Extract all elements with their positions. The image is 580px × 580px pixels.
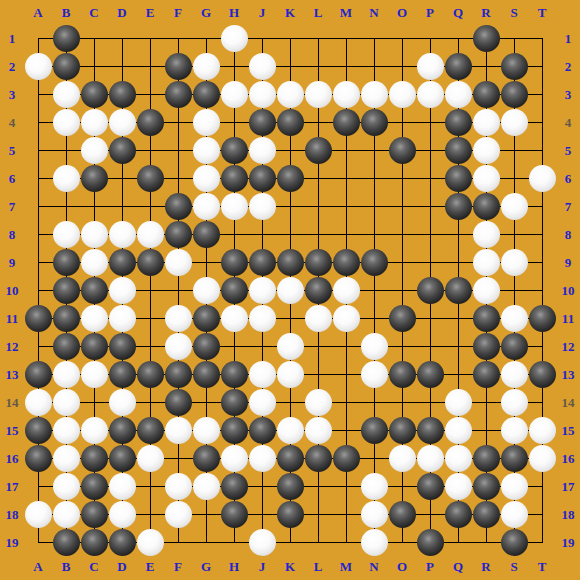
intersection-G2[interactable] bbox=[192, 52, 220, 80]
intersection-M11[interactable] bbox=[332, 304, 360, 332]
intersection-M4[interactable] bbox=[332, 108, 360, 136]
intersection-O4[interactable] bbox=[388, 108, 416, 136]
intersection-B12[interactable] bbox=[52, 332, 80, 360]
intersection-C7[interactable] bbox=[80, 192, 108, 220]
intersection-A3[interactable] bbox=[24, 80, 52, 108]
intersection-C16[interactable] bbox=[80, 444, 108, 472]
intersection-D13[interactable] bbox=[108, 360, 136, 388]
intersection-Q15[interactable] bbox=[444, 416, 472, 444]
intersection-P17[interactable] bbox=[416, 472, 444, 500]
intersection-Q12[interactable] bbox=[444, 332, 472, 360]
intersection-H13[interactable] bbox=[220, 360, 248, 388]
intersection-P15[interactable] bbox=[416, 416, 444, 444]
intersection-B8[interactable] bbox=[52, 220, 80, 248]
intersection-E16[interactable] bbox=[136, 444, 164, 472]
intersection-F4[interactable] bbox=[164, 108, 192, 136]
intersection-L13[interactable] bbox=[304, 360, 332, 388]
intersection-S16[interactable] bbox=[500, 444, 528, 472]
intersection-E5[interactable] bbox=[136, 136, 164, 164]
intersection-M6[interactable] bbox=[332, 164, 360, 192]
intersection-B2[interactable] bbox=[52, 52, 80, 80]
intersection-H17[interactable] bbox=[220, 472, 248, 500]
intersection-L17[interactable] bbox=[304, 472, 332, 500]
intersection-P7[interactable] bbox=[416, 192, 444, 220]
intersection-D18[interactable] bbox=[108, 500, 136, 528]
intersection-J18[interactable] bbox=[248, 500, 276, 528]
intersection-T1[interactable] bbox=[528, 24, 556, 52]
intersection-G13[interactable] bbox=[192, 360, 220, 388]
intersection-R1[interactable] bbox=[472, 24, 500, 52]
intersection-B11[interactable] bbox=[52, 304, 80, 332]
intersection-H6[interactable] bbox=[220, 164, 248, 192]
intersection-N7[interactable] bbox=[360, 192, 388, 220]
intersection-B15[interactable] bbox=[52, 416, 80, 444]
intersection-D9[interactable] bbox=[108, 248, 136, 276]
intersection-Q1[interactable] bbox=[444, 24, 472, 52]
intersection-S9[interactable] bbox=[500, 248, 528, 276]
intersection-B17[interactable] bbox=[52, 472, 80, 500]
intersection-Q16[interactable] bbox=[444, 444, 472, 472]
intersection-P8[interactable] bbox=[416, 220, 444, 248]
intersection-E17[interactable] bbox=[136, 472, 164, 500]
intersection-S5[interactable] bbox=[500, 136, 528, 164]
intersection-B10[interactable] bbox=[52, 276, 80, 304]
intersection-O5[interactable] bbox=[388, 136, 416, 164]
intersection-G17[interactable] bbox=[192, 472, 220, 500]
intersection-S19[interactable] bbox=[500, 528, 528, 556]
intersection-N12[interactable] bbox=[360, 332, 388, 360]
intersection-C15[interactable] bbox=[80, 416, 108, 444]
intersection-K12[interactable] bbox=[276, 332, 304, 360]
intersection-T17[interactable] bbox=[528, 472, 556, 500]
intersection-K4[interactable] bbox=[276, 108, 304, 136]
intersection-H4[interactable] bbox=[220, 108, 248, 136]
intersection-S4[interactable] bbox=[500, 108, 528, 136]
intersection-O12[interactable] bbox=[388, 332, 416, 360]
intersection-C8[interactable] bbox=[80, 220, 108, 248]
intersection-T9[interactable] bbox=[528, 248, 556, 276]
intersection-G4[interactable] bbox=[192, 108, 220, 136]
intersection-K1[interactable] bbox=[276, 24, 304, 52]
intersection-A14[interactable] bbox=[24, 388, 52, 416]
intersection-B9[interactable] bbox=[52, 248, 80, 276]
intersection-T11[interactable] bbox=[528, 304, 556, 332]
intersection-K13[interactable] bbox=[276, 360, 304, 388]
intersection-D8[interactable] bbox=[108, 220, 136, 248]
intersection-C4[interactable] bbox=[80, 108, 108, 136]
intersection-P13[interactable] bbox=[416, 360, 444, 388]
intersection-F9[interactable] bbox=[164, 248, 192, 276]
intersection-F10[interactable] bbox=[164, 276, 192, 304]
intersection-A8[interactable] bbox=[24, 220, 52, 248]
intersection-H2[interactable] bbox=[220, 52, 248, 80]
intersection-G3[interactable] bbox=[192, 80, 220, 108]
intersection-K16[interactable] bbox=[276, 444, 304, 472]
intersection-O19[interactable] bbox=[388, 528, 416, 556]
intersection-F8[interactable] bbox=[164, 220, 192, 248]
intersection-L9[interactable] bbox=[304, 248, 332, 276]
intersection-D1[interactable] bbox=[108, 24, 136, 52]
intersection-E18[interactable] bbox=[136, 500, 164, 528]
intersection-L19[interactable] bbox=[304, 528, 332, 556]
intersection-L14[interactable] bbox=[304, 388, 332, 416]
intersection-N19[interactable] bbox=[360, 528, 388, 556]
intersection-T7[interactable] bbox=[528, 192, 556, 220]
intersection-A7[interactable] bbox=[24, 192, 52, 220]
intersection-M17[interactable] bbox=[332, 472, 360, 500]
intersection-T5[interactable] bbox=[528, 136, 556, 164]
intersection-O6[interactable] bbox=[388, 164, 416, 192]
intersection-O16[interactable] bbox=[388, 444, 416, 472]
intersection-L12[interactable] bbox=[304, 332, 332, 360]
intersection-J13[interactable] bbox=[248, 360, 276, 388]
intersection-K7[interactable] bbox=[276, 192, 304, 220]
intersection-O10[interactable] bbox=[388, 276, 416, 304]
intersection-J10[interactable] bbox=[248, 276, 276, 304]
intersection-S15[interactable] bbox=[500, 416, 528, 444]
intersection-Q18[interactable] bbox=[444, 500, 472, 528]
intersection-G10[interactable] bbox=[192, 276, 220, 304]
intersection-C2[interactable] bbox=[80, 52, 108, 80]
intersection-D3[interactable] bbox=[108, 80, 136, 108]
intersection-T16[interactable] bbox=[528, 444, 556, 472]
intersection-D14[interactable] bbox=[108, 388, 136, 416]
intersection-N9[interactable] bbox=[360, 248, 388, 276]
intersection-H16[interactable] bbox=[220, 444, 248, 472]
intersection-M8[interactable] bbox=[332, 220, 360, 248]
intersection-K8[interactable] bbox=[276, 220, 304, 248]
intersection-R17[interactable] bbox=[472, 472, 500, 500]
intersection-H19[interactable] bbox=[220, 528, 248, 556]
intersection-P11[interactable] bbox=[416, 304, 444, 332]
intersection-Q7[interactable] bbox=[444, 192, 472, 220]
intersection-F2[interactable] bbox=[164, 52, 192, 80]
intersection-N1[interactable] bbox=[360, 24, 388, 52]
intersection-D6[interactable] bbox=[108, 164, 136, 192]
intersection-O3[interactable] bbox=[388, 80, 416, 108]
intersection-T4[interactable] bbox=[528, 108, 556, 136]
intersection-E1[interactable] bbox=[136, 24, 164, 52]
intersection-S8[interactable] bbox=[500, 220, 528, 248]
intersection-P10[interactable] bbox=[416, 276, 444, 304]
intersection-R2[interactable] bbox=[472, 52, 500, 80]
intersection-S6[interactable] bbox=[500, 164, 528, 192]
intersection-R15[interactable] bbox=[472, 416, 500, 444]
intersection-E15[interactable] bbox=[136, 416, 164, 444]
intersection-T12[interactable] bbox=[528, 332, 556, 360]
intersection-A16[interactable] bbox=[24, 444, 52, 472]
intersection-Q17[interactable] bbox=[444, 472, 472, 500]
intersection-J8[interactable] bbox=[248, 220, 276, 248]
intersection-D11[interactable] bbox=[108, 304, 136, 332]
intersection-P4[interactable] bbox=[416, 108, 444, 136]
intersection-T15[interactable] bbox=[528, 416, 556, 444]
intersection-B3[interactable] bbox=[52, 80, 80, 108]
intersection-E4[interactable] bbox=[136, 108, 164, 136]
intersection-F19[interactable] bbox=[164, 528, 192, 556]
intersection-F18[interactable] bbox=[164, 500, 192, 528]
intersection-M3[interactable] bbox=[332, 80, 360, 108]
intersection-P6[interactable] bbox=[416, 164, 444, 192]
intersection-N17[interactable] bbox=[360, 472, 388, 500]
intersection-H14[interactable] bbox=[220, 388, 248, 416]
intersection-C12[interactable] bbox=[80, 332, 108, 360]
intersection-G14[interactable] bbox=[192, 388, 220, 416]
intersection-A12[interactable] bbox=[24, 332, 52, 360]
intersection-H12[interactable] bbox=[220, 332, 248, 360]
intersection-R19[interactable] bbox=[472, 528, 500, 556]
intersection-M16[interactable] bbox=[332, 444, 360, 472]
intersection-D19[interactable] bbox=[108, 528, 136, 556]
intersection-A4[interactable] bbox=[24, 108, 52, 136]
intersection-L6[interactable] bbox=[304, 164, 332, 192]
intersection-H8[interactable] bbox=[220, 220, 248, 248]
intersection-D16[interactable] bbox=[108, 444, 136, 472]
intersection-C1[interactable] bbox=[80, 24, 108, 52]
intersection-D10[interactable] bbox=[108, 276, 136, 304]
intersection-B14[interactable] bbox=[52, 388, 80, 416]
intersection-L11[interactable] bbox=[304, 304, 332, 332]
intersection-M5[interactable] bbox=[332, 136, 360, 164]
intersection-K14[interactable] bbox=[276, 388, 304, 416]
intersection-R12[interactable] bbox=[472, 332, 500, 360]
intersection-L2[interactable] bbox=[304, 52, 332, 80]
intersection-K6[interactable] bbox=[276, 164, 304, 192]
intersection-K10[interactable] bbox=[276, 276, 304, 304]
intersection-J5[interactable] bbox=[248, 136, 276, 164]
intersection-A13[interactable] bbox=[24, 360, 52, 388]
intersection-D2[interactable] bbox=[108, 52, 136, 80]
intersection-F16[interactable] bbox=[164, 444, 192, 472]
intersection-N15[interactable] bbox=[360, 416, 388, 444]
intersection-L5[interactable] bbox=[304, 136, 332, 164]
intersection-O8[interactable] bbox=[388, 220, 416, 248]
intersection-A2[interactable] bbox=[24, 52, 52, 80]
intersection-E19[interactable] bbox=[136, 528, 164, 556]
intersection-B1[interactable] bbox=[52, 24, 80, 52]
intersection-A18[interactable] bbox=[24, 500, 52, 528]
intersection-Q6[interactable] bbox=[444, 164, 472, 192]
intersection-Q8[interactable] bbox=[444, 220, 472, 248]
intersection-E10[interactable] bbox=[136, 276, 164, 304]
intersection-B18[interactable] bbox=[52, 500, 80, 528]
intersection-F11[interactable] bbox=[164, 304, 192, 332]
intersection-J16[interactable] bbox=[248, 444, 276, 472]
intersection-C3[interactable] bbox=[80, 80, 108, 108]
intersection-K5[interactable] bbox=[276, 136, 304, 164]
intersection-G11[interactable] bbox=[192, 304, 220, 332]
intersection-N13[interactable] bbox=[360, 360, 388, 388]
intersection-R4[interactable] bbox=[472, 108, 500, 136]
intersection-C14[interactable] bbox=[80, 388, 108, 416]
intersection-R13[interactable] bbox=[472, 360, 500, 388]
intersection-R14[interactable] bbox=[472, 388, 500, 416]
intersection-T8[interactable] bbox=[528, 220, 556, 248]
intersection-E9[interactable] bbox=[136, 248, 164, 276]
intersection-M13[interactable] bbox=[332, 360, 360, 388]
intersection-J19[interactable] bbox=[248, 528, 276, 556]
intersection-R9[interactable] bbox=[472, 248, 500, 276]
intersection-C10[interactable] bbox=[80, 276, 108, 304]
intersection-Q19[interactable] bbox=[444, 528, 472, 556]
intersection-G15[interactable] bbox=[192, 416, 220, 444]
intersection-R10[interactable] bbox=[472, 276, 500, 304]
intersection-P3[interactable] bbox=[416, 80, 444, 108]
intersection-O14[interactable] bbox=[388, 388, 416, 416]
intersection-B13[interactable] bbox=[52, 360, 80, 388]
intersection-N6[interactable] bbox=[360, 164, 388, 192]
intersection-C5[interactable] bbox=[80, 136, 108, 164]
intersection-J12[interactable] bbox=[248, 332, 276, 360]
intersection-R6[interactable] bbox=[472, 164, 500, 192]
intersection-K3[interactable] bbox=[276, 80, 304, 108]
intersection-L16[interactable] bbox=[304, 444, 332, 472]
intersection-E6[interactable] bbox=[136, 164, 164, 192]
intersection-R3[interactable] bbox=[472, 80, 500, 108]
intersection-D7[interactable] bbox=[108, 192, 136, 220]
intersection-C9[interactable] bbox=[80, 248, 108, 276]
intersection-H15[interactable] bbox=[220, 416, 248, 444]
intersection-J11[interactable] bbox=[248, 304, 276, 332]
intersection-K11[interactable] bbox=[276, 304, 304, 332]
intersection-N16[interactable] bbox=[360, 444, 388, 472]
intersection-A6[interactable] bbox=[24, 164, 52, 192]
intersection-F6[interactable] bbox=[164, 164, 192, 192]
intersection-J4[interactable] bbox=[248, 108, 276, 136]
intersection-A17[interactable] bbox=[24, 472, 52, 500]
intersection-O9[interactable] bbox=[388, 248, 416, 276]
intersection-H9[interactable] bbox=[220, 248, 248, 276]
intersection-C11[interactable] bbox=[80, 304, 108, 332]
intersection-J15[interactable] bbox=[248, 416, 276, 444]
intersection-P12[interactable] bbox=[416, 332, 444, 360]
intersection-J7[interactable] bbox=[248, 192, 276, 220]
intersection-P5[interactable] bbox=[416, 136, 444, 164]
intersection-F1[interactable] bbox=[164, 24, 192, 52]
intersection-G6[interactable] bbox=[192, 164, 220, 192]
intersection-L10[interactable] bbox=[304, 276, 332, 304]
intersection-D5[interactable] bbox=[108, 136, 136, 164]
intersection-T6[interactable] bbox=[528, 164, 556, 192]
intersection-J14[interactable] bbox=[248, 388, 276, 416]
intersection-Q9[interactable] bbox=[444, 248, 472, 276]
intersection-P1[interactable] bbox=[416, 24, 444, 52]
intersection-E14[interactable] bbox=[136, 388, 164, 416]
intersection-O2[interactable] bbox=[388, 52, 416, 80]
intersection-A10[interactable] bbox=[24, 276, 52, 304]
intersection-K15[interactable] bbox=[276, 416, 304, 444]
intersection-H10[interactable] bbox=[220, 276, 248, 304]
intersection-R11[interactable] bbox=[472, 304, 500, 332]
intersection-E12[interactable] bbox=[136, 332, 164, 360]
intersection-D12[interactable] bbox=[108, 332, 136, 360]
intersection-Q11[interactable] bbox=[444, 304, 472, 332]
intersection-G18[interactable] bbox=[192, 500, 220, 528]
intersection-G5[interactable] bbox=[192, 136, 220, 164]
intersection-M9[interactable] bbox=[332, 248, 360, 276]
intersection-M12[interactable] bbox=[332, 332, 360, 360]
intersection-S1[interactable] bbox=[500, 24, 528, 52]
intersection-T10[interactable] bbox=[528, 276, 556, 304]
intersection-H7[interactable] bbox=[220, 192, 248, 220]
intersection-C17[interactable] bbox=[80, 472, 108, 500]
intersection-C6[interactable] bbox=[80, 164, 108, 192]
intersection-K17[interactable] bbox=[276, 472, 304, 500]
intersection-S17[interactable] bbox=[500, 472, 528, 500]
intersection-P9[interactable] bbox=[416, 248, 444, 276]
intersection-D17[interactable] bbox=[108, 472, 136, 500]
intersection-A11[interactable] bbox=[24, 304, 52, 332]
intersection-M2[interactable] bbox=[332, 52, 360, 80]
intersection-K19[interactable] bbox=[276, 528, 304, 556]
intersection-E13[interactable] bbox=[136, 360, 164, 388]
intersection-K2[interactable] bbox=[276, 52, 304, 80]
intersection-L8[interactable] bbox=[304, 220, 332, 248]
intersection-A15[interactable] bbox=[24, 416, 52, 444]
intersection-E2[interactable] bbox=[136, 52, 164, 80]
intersection-M19[interactable] bbox=[332, 528, 360, 556]
intersection-A5[interactable] bbox=[24, 136, 52, 164]
intersection-T13[interactable] bbox=[528, 360, 556, 388]
intersection-S11[interactable] bbox=[500, 304, 528, 332]
intersection-B16[interactable] bbox=[52, 444, 80, 472]
intersection-J9[interactable] bbox=[248, 248, 276, 276]
intersection-F15[interactable] bbox=[164, 416, 192, 444]
intersection-L7[interactable] bbox=[304, 192, 332, 220]
intersection-J3[interactable] bbox=[248, 80, 276, 108]
intersection-R18[interactable] bbox=[472, 500, 500, 528]
intersection-N8[interactable] bbox=[360, 220, 388, 248]
intersection-N5[interactable] bbox=[360, 136, 388, 164]
intersection-T14[interactable] bbox=[528, 388, 556, 416]
intersection-D15[interactable] bbox=[108, 416, 136, 444]
intersection-N10[interactable] bbox=[360, 276, 388, 304]
intersection-S10[interactable] bbox=[500, 276, 528, 304]
intersection-G8[interactable] bbox=[192, 220, 220, 248]
intersection-M15[interactable] bbox=[332, 416, 360, 444]
intersection-R5[interactable] bbox=[472, 136, 500, 164]
intersection-C18[interactable] bbox=[80, 500, 108, 528]
intersection-G9[interactable] bbox=[192, 248, 220, 276]
intersection-K9[interactable] bbox=[276, 248, 304, 276]
intersection-R16[interactable] bbox=[472, 444, 500, 472]
intersection-O18[interactable] bbox=[388, 500, 416, 528]
intersection-B19[interactable] bbox=[52, 528, 80, 556]
intersection-J6[interactable] bbox=[248, 164, 276, 192]
intersection-O15[interactable] bbox=[388, 416, 416, 444]
intersection-L4[interactable] bbox=[304, 108, 332, 136]
intersection-H18[interactable] bbox=[220, 500, 248, 528]
intersection-P14[interactable] bbox=[416, 388, 444, 416]
intersection-T18[interactable] bbox=[528, 500, 556, 528]
intersection-F3[interactable] bbox=[164, 80, 192, 108]
intersection-N14[interactable] bbox=[360, 388, 388, 416]
intersection-M10[interactable] bbox=[332, 276, 360, 304]
intersection-F17[interactable] bbox=[164, 472, 192, 500]
intersection-O11[interactable] bbox=[388, 304, 416, 332]
intersection-J17[interactable] bbox=[248, 472, 276, 500]
intersection-M14[interactable] bbox=[332, 388, 360, 416]
intersection-L1[interactable] bbox=[304, 24, 332, 52]
intersection-H5[interactable] bbox=[220, 136, 248, 164]
intersection-N2[interactable] bbox=[360, 52, 388, 80]
intersection-D4[interactable] bbox=[108, 108, 136, 136]
intersection-E8[interactable] bbox=[136, 220, 164, 248]
intersection-L3[interactable] bbox=[304, 80, 332, 108]
intersection-Q13[interactable] bbox=[444, 360, 472, 388]
intersection-R8[interactable] bbox=[472, 220, 500, 248]
intersection-H1[interactable] bbox=[220, 24, 248, 52]
